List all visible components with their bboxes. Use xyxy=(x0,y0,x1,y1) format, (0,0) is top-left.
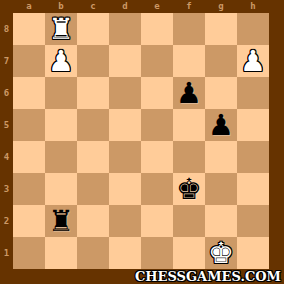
square-a4[interactable] xyxy=(13,141,45,173)
rank-label-8: 8 xyxy=(0,13,13,45)
square-f4[interactable] xyxy=(173,141,205,173)
square-a7[interactable] xyxy=(13,45,45,77)
rank-label-6: 6 xyxy=(0,77,13,109)
file-label-c: c xyxy=(77,0,109,13)
square-b5[interactable] xyxy=(45,109,77,141)
square-f2[interactable] xyxy=(173,205,205,237)
square-d4[interactable] xyxy=(109,141,141,173)
black-pawn-f6: ♟ xyxy=(176,77,202,109)
square-h7[interactable]: ♟ xyxy=(237,45,269,77)
square-b3[interactable] xyxy=(45,173,77,205)
square-h3[interactable] xyxy=(237,173,269,205)
rank-label-1: 1 xyxy=(0,237,13,269)
square-f6[interactable]: ♟ xyxy=(173,77,205,109)
square-h5[interactable] xyxy=(237,109,269,141)
file-label-h: h xyxy=(237,0,269,13)
square-a8[interactable] xyxy=(13,13,45,45)
black-king-f3: ♚ xyxy=(176,173,202,205)
white-rook-b8: ♜ xyxy=(48,13,74,45)
square-f5[interactable] xyxy=(173,109,205,141)
square-f3[interactable]: ♚ xyxy=(173,173,205,205)
square-c4[interactable] xyxy=(77,141,109,173)
rank-label-2: 2 xyxy=(0,205,13,237)
black-pawn-g5: ♟ xyxy=(208,109,234,141)
chess-board-frame: abcdefgh 87654321 ♜♟♟♟♟♚♜♚ CHESSGAMES.CO… xyxy=(0,0,284,284)
file-label-e: e xyxy=(141,0,173,13)
square-b2[interactable]: ♜ xyxy=(45,205,77,237)
square-e5[interactable] xyxy=(141,109,173,141)
square-a5[interactable] xyxy=(13,109,45,141)
file-label-g: g xyxy=(205,0,237,13)
square-d5[interactable] xyxy=(109,109,141,141)
square-g7[interactable] xyxy=(205,45,237,77)
square-c2[interactable] xyxy=(77,205,109,237)
rank-labels: 87654321 xyxy=(0,13,13,269)
square-b4[interactable] xyxy=(45,141,77,173)
square-a3[interactable] xyxy=(13,173,45,205)
square-h1[interactable] xyxy=(237,237,269,269)
rank-label-5: 5 xyxy=(0,109,13,141)
square-d6[interactable] xyxy=(109,77,141,109)
square-d7[interactable] xyxy=(109,45,141,77)
square-g6[interactable] xyxy=(205,77,237,109)
square-g8[interactable] xyxy=(205,13,237,45)
square-c3[interactable] xyxy=(77,173,109,205)
square-d2[interactable] xyxy=(109,205,141,237)
square-g1[interactable]: ♚ xyxy=(205,237,237,269)
square-g2[interactable] xyxy=(205,205,237,237)
square-a6[interactable] xyxy=(13,77,45,109)
square-g5[interactable]: ♟ xyxy=(205,109,237,141)
square-h8[interactable] xyxy=(237,13,269,45)
white-pawn-b7: ♟ xyxy=(48,45,74,77)
square-b7[interactable]: ♟ xyxy=(45,45,77,77)
file-label-f: f xyxy=(173,0,205,13)
square-f8[interactable] xyxy=(173,13,205,45)
square-c1[interactable] xyxy=(77,237,109,269)
square-c8[interactable] xyxy=(77,13,109,45)
square-d8[interactable] xyxy=(109,13,141,45)
square-g4[interactable] xyxy=(205,141,237,173)
white-king-g1: ♚ xyxy=(208,237,234,269)
square-e8[interactable] xyxy=(141,13,173,45)
square-e2[interactable] xyxy=(141,205,173,237)
square-d3[interactable] xyxy=(109,173,141,205)
black-rook-b2: ♜ xyxy=(48,205,74,237)
square-f1[interactable] xyxy=(173,237,205,269)
square-g3[interactable] xyxy=(205,173,237,205)
square-e7[interactable] xyxy=(141,45,173,77)
square-c6[interactable] xyxy=(77,77,109,109)
rank-label-7: 7 xyxy=(0,45,13,77)
square-e3[interactable] xyxy=(141,173,173,205)
square-e4[interactable] xyxy=(141,141,173,173)
square-b1[interactable] xyxy=(45,237,77,269)
square-h2[interactable] xyxy=(237,205,269,237)
rank-label-4: 4 xyxy=(0,141,13,173)
square-c5[interactable] xyxy=(77,109,109,141)
file-label-a: a xyxy=(13,0,45,13)
square-f7[interactable] xyxy=(173,45,205,77)
file-label-d: d xyxy=(109,0,141,13)
square-h6[interactable] xyxy=(237,77,269,109)
rank-label-3: 3 xyxy=(0,173,13,205)
square-e6[interactable] xyxy=(141,77,173,109)
square-h4[interactable] xyxy=(237,141,269,173)
white-pawn-h7: ♟ xyxy=(240,45,266,77)
chess-board: ♜♟♟♟♟♚♜♚ xyxy=(13,13,269,269)
square-a1[interactable] xyxy=(13,237,45,269)
square-e1[interactable] xyxy=(141,237,173,269)
chessgames-watermark: CHESSGAMES.COM xyxy=(135,269,281,284)
square-b8[interactable]: ♜ xyxy=(45,13,77,45)
square-b6[interactable] xyxy=(45,77,77,109)
square-a2[interactable] xyxy=(13,205,45,237)
square-d1[interactable] xyxy=(109,237,141,269)
square-c7[interactable] xyxy=(77,45,109,77)
